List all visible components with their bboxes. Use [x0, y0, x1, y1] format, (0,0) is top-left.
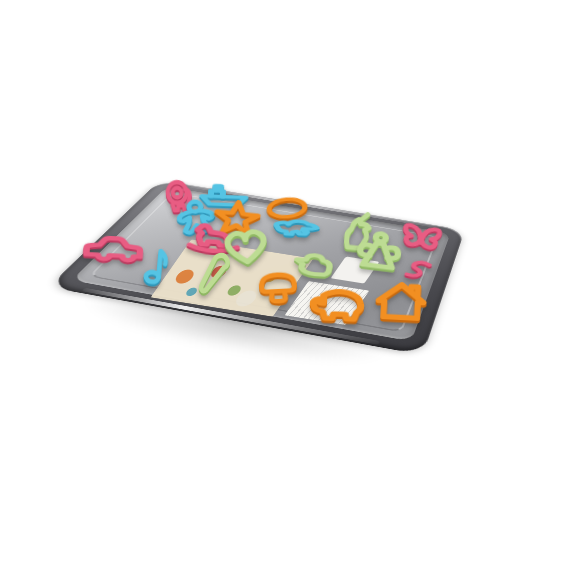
- house-shape: [372, 278, 430, 329]
- cutter-carrot: [192, 251, 234, 297]
- mushroom-shape: [255, 265, 301, 309]
- car-shape: [81, 228, 141, 271]
- elephant-shape: [305, 280, 369, 328]
- cutter-house: [372, 278, 430, 329]
- cutter-musical-note: [136, 243, 182, 290]
- cutter-car: [81, 228, 141, 271]
- product-photo-scene: [0, 0, 565, 565]
- dinosaur-shape: [270, 213, 323, 246]
- cutter-mushroom: [255, 265, 301, 309]
- cutter-dinosaur: [270, 213, 323, 246]
- carrot-shape: [192, 251, 234, 297]
- cutter-elephant: [305, 280, 369, 328]
- musical-note-shape: [136, 243, 182, 290]
